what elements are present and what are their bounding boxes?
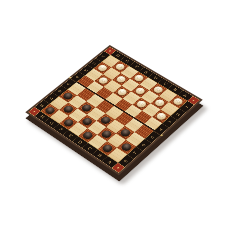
product-photo: { "game": "checkers (draughts) on a fold… [0, 0, 228, 228]
game-board[interactable]: ✦ ✦ ✦ ✦ HGFEDCBA HGFEDCBA 12345678 12345… [25, 45, 202, 175]
